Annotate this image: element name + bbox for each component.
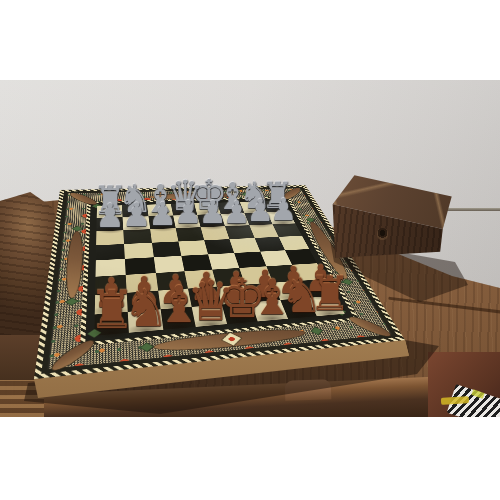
board-square [176, 227, 205, 241]
board-square [96, 217, 123, 231]
board-square [278, 236, 309, 251]
board-square [95, 275, 127, 295]
board-square [123, 229, 151, 244]
board-square [181, 254, 212, 271]
board-square [178, 240, 208, 256]
board-square [128, 309, 163, 333]
board-square [124, 243, 153, 259]
board-square [267, 212, 295, 224]
board-square [96, 230, 124, 245]
board-square [126, 273, 158, 292]
board-square [173, 215, 201, 228]
wooden-box [325, 170, 453, 258]
board-square [150, 228, 178, 243]
board-square [272, 223, 302, 237]
board-square [156, 271, 188, 290]
board-square [147, 204, 173, 216]
board-square [160, 307, 195, 330]
board-square [171, 203, 198, 215]
board-square [261, 201, 288, 213]
board-square [127, 290, 160, 311]
board-square [96, 259, 126, 277]
board-square [148, 216, 175, 229]
board-square [184, 270, 217, 289]
board-inner-dogtooth-trim [80, 197, 359, 346]
board-square [188, 286, 222, 306]
board-square [96, 244, 125, 260]
board-square [122, 205, 148, 218]
board-square [123, 216, 150, 230]
board-square [97, 205, 123, 218]
board-square [158, 288, 192, 309]
board-square [153, 256, 184, 273]
board-square [125, 257, 155, 275]
board-inner-dark-band [85, 198, 354, 342]
board-square [152, 241, 182, 257]
board-playing-field [94, 201, 344, 336]
photograph: ♜♞♝♛♚♝♞♜♟♟♟♟♟♟♟♟♟♟♟♟♟♟♟♟♜♞♝♛♚♝♞♜ [0, 80, 500, 417]
